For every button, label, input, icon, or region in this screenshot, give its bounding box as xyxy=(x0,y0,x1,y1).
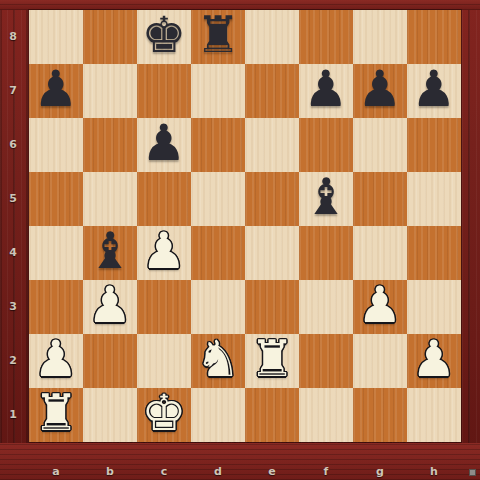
square-d3[interactable] xyxy=(191,280,245,334)
square-g5[interactable] xyxy=(353,172,407,226)
square-h8[interactable] xyxy=(407,10,461,64)
square-b2[interactable] xyxy=(83,334,137,388)
square-a4[interactable] xyxy=(29,226,83,280)
file-label-d: d xyxy=(191,464,245,479)
square-f3[interactable] xyxy=(299,280,353,334)
square-b4[interactable]: ♝ xyxy=(83,226,137,280)
square-d1[interactable] xyxy=(191,388,245,442)
square-g6[interactable] xyxy=(353,118,407,172)
board-frame-top xyxy=(0,0,480,10)
file-label-c: c xyxy=(137,464,191,479)
square-g8[interactable] xyxy=(353,10,407,64)
black-bishop-b4: ♝ xyxy=(88,224,133,278)
square-b3[interactable]: ♟ xyxy=(83,280,137,334)
square-d4[interactable] xyxy=(191,226,245,280)
square-d7[interactable] xyxy=(191,64,245,118)
square-g1[interactable] xyxy=(353,388,407,442)
black-pawn-g7: ♟ xyxy=(358,62,403,116)
square-d2[interactable]: ♞ xyxy=(191,334,245,388)
black-pawn-c6: ♟ xyxy=(142,116,187,170)
white-rook-e2: ♜ xyxy=(250,332,295,386)
square-h3[interactable] xyxy=(407,280,461,334)
square-b8[interactable] xyxy=(83,10,137,64)
rank-label-3: 3 xyxy=(2,280,24,334)
square-e8[interactable] xyxy=(245,10,299,64)
white-king-c1: ♚ xyxy=(142,386,187,440)
square-a7[interactable]: ♟ xyxy=(29,64,83,118)
rank-label-1: 1 xyxy=(2,388,24,442)
white-pawn-c4: ♟ xyxy=(142,224,187,278)
square-h7[interactable]: ♟ xyxy=(407,64,461,118)
square-g7[interactable]: ♟ xyxy=(353,64,407,118)
square-h1[interactable] xyxy=(407,388,461,442)
square-h6[interactable] xyxy=(407,118,461,172)
square-b5[interactable] xyxy=(83,172,137,226)
black-pawn-f7: ♟ xyxy=(304,62,349,116)
square-h5[interactable] xyxy=(407,172,461,226)
rank-label-8: 8 xyxy=(2,10,24,64)
square-f4[interactable] xyxy=(299,226,353,280)
square-d8[interactable]: ♜ xyxy=(191,10,245,64)
square-e2[interactable]: ♜ xyxy=(245,334,299,388)
square-g4[interactable] xyxy=(353,226,407,280)
rank-label-6: 6 xyxy=(2,118,24,172)
square-e5[interactable] xyxy=(245,172,299,226)
square-f2[interactable] xyxy=(299,334,353,388)
square-e3[interactable] xyxy=(245,280,299,334)
file-label-a: a xyxy=(29,464,83,479)
square-a8[interactable] xyxy=(29,10,83,64)
square-f8[interactable] xyxy=(299,10,353,64)
black-rook-d8: ♜ xyxy=(196,8,241,62)
file-label-g: g xyxy=(353,464,407,479)
file-label-f: f xyxy=(299,464,353,479)
square-g3[interactable]: ♟ xyxy=(353,280,407,334)
black-pawn-a7: ♟ xyxy=(34,62,79,116)
white-pawn-h2: ♟ xyxy=(412,332,457,386)
square-f1[interactable] xyxy=(299,388,353,442)
square-a2[interactable]: ♟ xyxy=(29,334,83,388)
square-c4[interactable]: ♟ xyxy=(137,226,191,280)
square-f7[interactable]: ♟ xyxy=(299,64,353,118)
square-c2[interactable] xyxy=(137,334,191,388)
square-f6[interactable] xyxy=(299,118,353,172)
square-h2[interactable]: ♟ xyxy=(407,334,461,388)
square-c6[interactable]: ♟ xyxy=(137,118,191,172)
rank-label-2: 2 xyxy=(2,334,24,388)
black-king-c8: ♚ xyxy=(142,8,187,62)
rank-label-7: 7 xyxy=(2,64,24,118)
square-c8[interactable]: ♚ xyxy=(137,10,191,64)
square-h4[interactable] xyxy=(407,226,461,280)
square-c7[interactable] xyxy=(137,64,191,118)
square-f5[interactable]: ♝ xyxy=(299,172,353,226)
square-c3[interactable] xyxy=(137,280,191,334)
square-e7[interactable] xyxy=(245,64,299,118)
square-b1[interactable] xyxy=(83,388,137,442)
white-pawn-g3: ♟ xyxy=(358,278,403,332)
board: ♚♜♟♟♟♟♟♝♝♟♟♟♟♞♜♟♜♚ xyxy=(29,10,461,442)
white-knight-d2: ♞ xyxy=(196,332,241,386)
square-e4[interactable] xyxy=(245,226,299,280)
file-label-e: e xyxy=(245,464,299,479)
square-b7[interactable] xyxy=(83,64,137,118)
square-g2[interactable] xyxy=(353,334,407,388)
square-d6[interactable] xyxy=(191,118,245,172)
square-c1[interactable]: ♚ xyxy=(137,388,191,442)
square-b6[interactable] xyxy=(83,118,137,172)
square-a1[interactable]: ♜ xyxy=(29,388,83,442)
rank-label-5: 5 xyxy=(2,172,24,226)
white-pawn-b3: ♟ xyxy=(88,278,133,332)
square-d5[interactable] xyxy=(191,172,245,226)
file-label-h: h xyxy=(407,464,461,479)
square-e1[interactable] xyxy=(245,388,299,442)
chess-app-window: ♚♜♟♟♟♟♟♝♝♟♟♟♟♞♜♟♜♚ 87654321 abcdefgh xyxy=(0,0,480,480)
square-e6[interactable] xyxy=(245,118,299,172)
black-bishop-f5: ♝ xyxy=(304,170,349,224)
square-a3[interactable] xyxy=(29,280,83,334)
black-pawn-h7: ♟ xyxy=(412,62,457,116)
white-pawn-a2: ♟ xyxy=(34,332,79,386)
file-label-b: b xyxy=(83,464,137,479)
rank-label-4: 4 xyxy=(2,226,24,280)
square-c5[interactable] xyxy=(137,172,191,226)
white-rook-a1: ♜ xyxy=(34,386,79,440)
corner-dot xyxy=(469,469,476,476)
square-a6[interactable] xyxy=(29,118,83,172)
square-a5[interactable] xyxy=(29,172,83,226)
